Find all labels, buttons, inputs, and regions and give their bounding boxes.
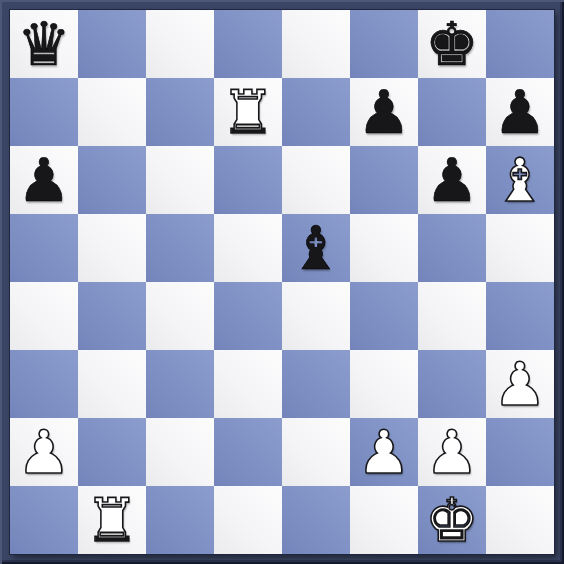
square-a3[interactable] xyxy=(10,350,78,418)
square-g1[interactable]: ♚ xyxy=(418,486,486,554)
square-f3[interactable] xyxy=(350,350,418,418)
square-b2[interactable] xyxy=(78,418,146,486)
square-g3[interactable] xyxy=(418,350,486,418)
square-f7[interactable]: ♟ xyxy=(350,78,418,146)
square-c4[interactable] xyxy=(146,282,214,350)
square-b8[interactable] xyxy=(78,10,146,78)
piece-white-rook-d7[interactable]: ♜ xyxy=(221,78,275,146)
square-d7[interactable]: ♜ xyxy=(214,78,282,146)
square-h5[interactable] xyxy=(486,214,554,282)
square-b7[interactable] xyxy=(78,78,146,146)
square-e6[interactable] xyxy=(282,146,350,214)
square-b3[interactable] xyxy=(78,350,146,418)
chess-board: ♛♚♜♟♟♟♟♝♝♟♟♟♟♜♚ xyxy=(10,10,554,554)
square-g5[interactable] xyxy=(418,214,486,282)
square-e2[interactable] xyxy=(282,418,350,486)
square-h2[interactable] xyxy=(486,418,554,486)
square-b4[interactable] xyxy=(78,282,146,350)
square-e5[interactable]: ♝ xyxy=(282,214,350,282)
square-f8[interactable] xyxy=(350,10,418,78)
square-d6[interactable] xyxy=(214,146,282,214)
piece-black-pawn-h7[interactable]: ♟ xyxy=(493,78,547,146)
square-h8[interactable] xyxy=(486,10,554,78)
square-e8[interactable] xyxy=(282,10,350,78)
square-a7[interactable] xyxy=(10,78,78,146)
piece-white-king-g1[interactable]: ♚ xyxy=(425,486,479,554)
square-c8[interactable] xyxy=(146,10,214,78)
square-d5[interactable] xyxy=(214,214,282,282)
square-d4[interactable] xyxy=(214,282,282,350)
square-d1[interactable] xyxy=(214,486,282,554)
square-h6[interactable]: ♝ xyxy=(486,146,554,214)
square-b1[interactable]: ♜ xyxy=(78,486,146,554)
square-a8[interactable]: ♛ xyxy=(10,10,78,78)
square-e7[interactable] xyxy=(282,78,350,146)
square-h4[interactable] xyxy=(486,282,554,350)
square-b5[interactable] xyxy=(78,214,146,282)
square-c6[interactable] xyxy=(146,146,214,214)
piece-white-rook-b1[interactable]: ♜ xyxy=(85,486,139,554)
square-c5[interactable] xyxy=(146,214,214,282)
piece-black-bishop-e5[interactable]: ♝ xyxy=(289,214,343,282)
square-g7[interactable] xyxy=(418,78,486,146)
square-h1[interactable] xyxy=(486,486,554,554)
piece-black-pawn-g6[interactable]: ♟ xyxy=(425,146,479,214)
piece-black-king-g8[interactable]: ♚ xyxy=(425,10,479,78)
square-c1[interactable] xyxy=(146,486,214,554)
square-g8[interactable]: ♚ xyxy=(418,10,486,78)
piece-white-pawn-a2[interactable]: ♟ xyxy=(17,418,71,486)
square-f5[interactable] xyxy=(350,214,418,282)
board-frame: ♛♚♜♟♟♟♟♝♝♟♟♟♟♜♚ xyxy=(0,0,564,564)
square-a2[interactable]: ♟ xyxy=(10,418,78,486)
square-h3[interactable]: ♟ xyxy=(486,350,554,418)
square-d8[interactable] xyxy=(214,10,282,78)
square-e3[interactable] xyxy=(282,350,350,418)
square-d2[interactable] xyxy=(214,418,282,486)
piece-white-pawn-h3[interactable]: ♟ xyxy=(493,350,547,418)
square-d3[interactable] xyxy=(214,350,282,418)
square-a5[interactable] xyxy=(10,214,78,282)
square-f2[interactable]: ♟ xyxy=(350,418,418,486)
piece-white-bishop-h6[interactable]: ♝ xyxy=(493,146,547,214)
piece-white-pawn-g2[interactable]: ♟ xyxy=(425,418,479,486)
square-f4[interactable] xyxy=(350,282,418,350)
square-a4[interactable] xyxy=(10,282,78,350)
square-b6[interactable] xyxy=(78,146,146,214)
square-h7[interactable]: ♟ xyxy=(486,78,554,146)
square-g4[interactable] xyxy=(418,282,486,350)
square-f1[interactable] xyxy=(350,486,418,554)
square-g2[interactable]: ♟ xyxy=(418,418,486,486)
piece-black-pawn-f7[interactable]: ♟ xyxy=(357,78,411,146)
square-c2[interactable] xyxy=(146,418,214,486)
piece-black-queen-a8[interactable]: ♛ xyxy=(17,10,71,78)
square-e4[interactable] xyxy=(282,282,350,350)
piece-white-pawn-f2[interactable]: ♟ xyxy=(357,418,411,486)
square-c3[interactable] xyxy=(146,350,214,418)
square-f6[interactable] xyxy=(350,146,418,214)
square-a6[interactable]: ♟ xyxy=(10,146,78,214)
square-a1[interactable] xyxy=(10,486,78,554)
square-c7[interactable] xyxy=(146,78,214,146)
square-e1[interactable] xyxy=(282,486,350,554)
square-g6[interactable]: ♟ xyxy=(418,146,486,214)
piece-black-pawn-a6[interactable]: ♟ xyxy=(17,146,71,214)
